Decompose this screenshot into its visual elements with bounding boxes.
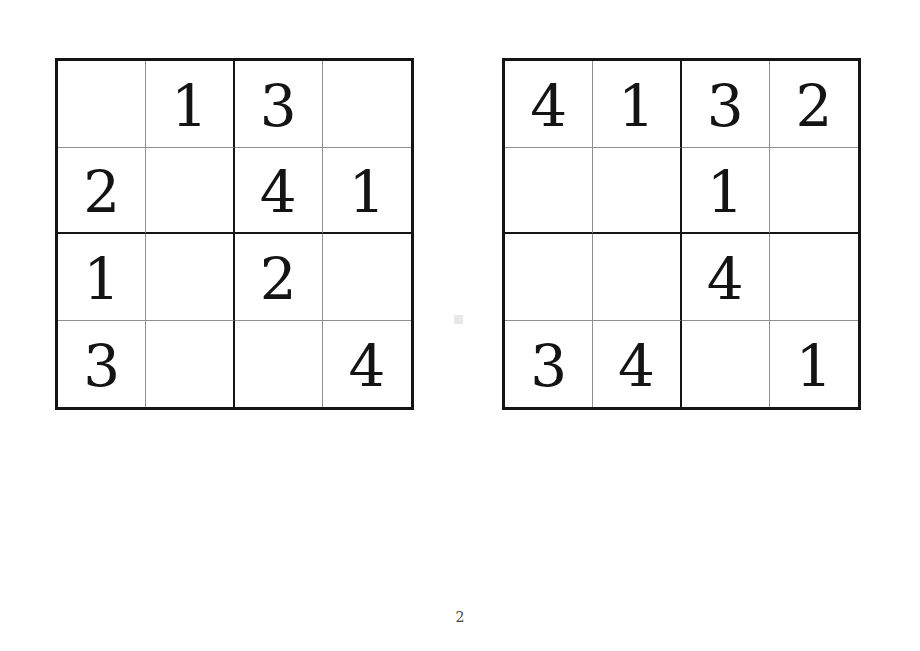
left-puzzle-cell-r3c2 [146,234,234,321]
divider-square [454,315,463,324]
left-puzzle-cell-r2c3: 4 [235,148,323,235]
left-puzzle-cell-r3c3: 2 [235,234,323,321]
right-puzzle-cell-r2c1 [505,148,593,235]
right-puzzle-cell-r1c1: 4 [505,61,593,148]
right-puzzle-cell-r3c2 [593,234,681,321]
right-puzzle-cell-r4c3 [682,321,770,408]
left-puzzle-cell-r2c4: 1 [323,148,411,235]
left-puzzle-cell-r1c2: 1 [146,61,234,148]
right-puzzle-cell-r3c3: 4 [682,234,770,321]
left-puzzle-cell-r3c4 [323,234,411,321]
left-puzzle-cell-r4c4: 4 [323,321,411,408]
right-puzzle-cell-r2c3: 1 [682,148,770,235]
right-puzzle-cell-r4c4: 1 [770,321,858,408]
page-number: 2 [0,609,920,625]
left-puzzle-cell-r4c1: 3 [58,321,146,408]
left-puzzle-cell-r3c1: 1 [58,234,146,321]
right-puzzle-cell-r3c4 [770,234,858,321]
puzzle-page: { "game": "sudoku-4x4", "position": [".1… [0,0,920,651]
left-puzzle-cell-r4c2 [146,321,234,408]
left-puzzle-cell-r1c3: 3 [235,61,323,148]
right-puzzle-cell-r1c3: 3 [682,61,770,148]
left-puzzle-cell-r2c2 [146,148,234,235]
right-puzzle-cell-r1c4: 2 [770,61,858,148]
left-puzzle-cell-r2c1: 2 [58,148,146,235]
right-puzzle-cell-r3c1 [505,234,593,321]
left-puzzle-cell-r4c3 [235,321,323,408]
right-puzzle-cell-r4c2: 4 [593,321,681,408]
right-puzzle-cell-r2c2 [593,148,681,235]
right-puzzle-cell-r4c1: 3 [505,321,593,408]
right-puzzle-cell-r1c2: 1 [593,61,681,148]
left-puzzle-cell-r1c4 [323,61,411,148]
right-puzzle-cell-r2c4 [770,148,858,235]
sudoku-grid-right: 413214341 [502,58,861,410]
sudoku-grid-left: 132411234 [55,58,414,410]
left-puzzle-cell-r1c1 [58,61,146,148]
